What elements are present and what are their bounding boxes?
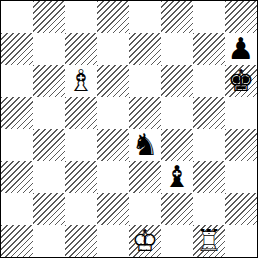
square-a7 (1, 33, 33, 65)
square-c7 (65, 33, 97, 65)
square-h4 (225, 129, 257, 161)
square-h7: ♟ (225, 33, 257, 65)
square-b6 (33, 65, 65, 97)
chess-board: ♟♝♗♚♞♝♚♔♜♖ (0, 0, 258, 258)
square-e5 (129, 97, 161, 129)
square-e7 (129, 33, 161, 65)
square-d4 (97, 129, 129, 161)
white-king: ♔ (129, 225, 161, 257)
square-h5 (225, 97, 257, 129)
square-b2 (33, 193, 65, 225)
square-e4: ♞ (129, 129, 161, 161)
square-c4 (65, 129, 97, 161)
square-b4 (33, 129, 65, 161)
square-d8 (97, 1, 129, 33)
square-d3 (97, 161, 129, 193)
square-a1 (1, 225, 33, 257)
black-pawn: ♟ (225, 33, 257, 65)
chess-diagram: ♟♝♗♚♞♝♚♔♜♖ (0, 0, 258, 258)
square-g1: ♜♖ (193, 225, 225, 257)
square-a6 (1, 65, 33, 97)
square-e8 (129, 1, 161, 33)
square-h2 (225, 193, 257, 225)
square-e1: ♚♔ (129, 225, 161, 257)
white-rook: ♖ (193, 225, 225, 257)
square-a2 (1, 193, 33, 225)
square-c6: ♝♗ (65, 65, 97, 97)
square-a4 (1, 129, 33, 161)
square-f4 (161, 129, 193, 161)
square-h1 (225, 225, 257, 257)
black-king: ♚ (225, 65, 257, 97)
square-g4 (193, 129, 225, 161)
square-h6: ♚ (225, 65, 257, 97)
square-d2 (97, 193, 129, 225)
square-c1 (65, 225, 97, 257)
square-d5 (97, 97, 129, 129)
white-bishop: ♗ (65, 65, 97, 97)
square-b8 (33, 1, 65, 33)
black-bishop: ♝ (161, 161, 193, 193)
square-f2 (161, 193, 193, 225)
square-e6 (129, 65, 161, 97)
square-f7 (161, 33, 193, 65)
square-f8 (161, 1, 193, 33)
square-b7 (33, 33, 65, 65)
square-d1 (97, 225, 129, 257)
square-f1 (161, 225, 193, 257)
square-g7 (193, 33, 225, 65)
square-c3 (65, 161, 97, 193)
square-a3 (1, 161, 33, 193)
square-g5 (193, 97, 225, 129)
square-f6 (161, 65, 193, 97)
square-f3: ♝ (161, 161, 193, 193)
square-a5 (1, 97, 33, 129)
square-e2 (129, 193, 161, 225)
square-h8 (225, 1, 257, 33)
square-g8 (193, 1, 225, 33)
square-g2 (193, 193, 225, 225)
square-c5 (65, 97, 97, 129)
square-d6 (97, 65, 129, 97)
square-h3 (225, 161, 257, 193)
square-f5 (161, 97, 193, 129)
square-c8 (65, 1, 97, 33)
square-g3 (193, 161, 225, 193)
square-b3 (33, 161, 65, 193)
square-a8 (1, 1, 33, 33)
square-e3 (129, 161, 161, 193)
square-d7 (97, 33, 129, 65)
square-c2 (65, 193, 97, 225)
square-g6 (193, 65, 225, 97)
square-b5 (33, 97, 65, 129)
black-knight: ♞ (129, 129, 161, 161)
square-b1 (33, 225, 65, 257)
